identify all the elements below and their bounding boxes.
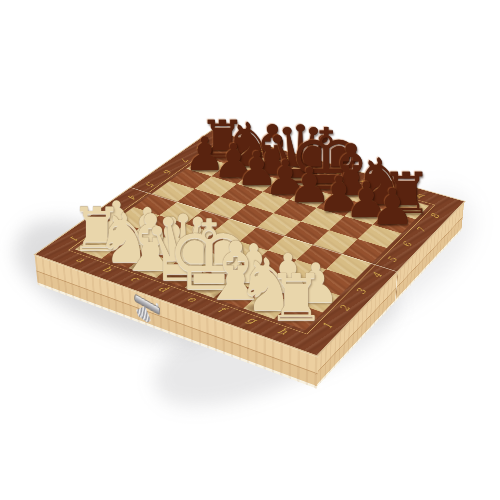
latch-screw-icon <box>156 303 159 308</box>
product-photo-scene: aa11bb22cc33dd44ee55ff66gg77hh88 ♜♞♟♝♟♛♟… <box>0 0 500 500</box>
